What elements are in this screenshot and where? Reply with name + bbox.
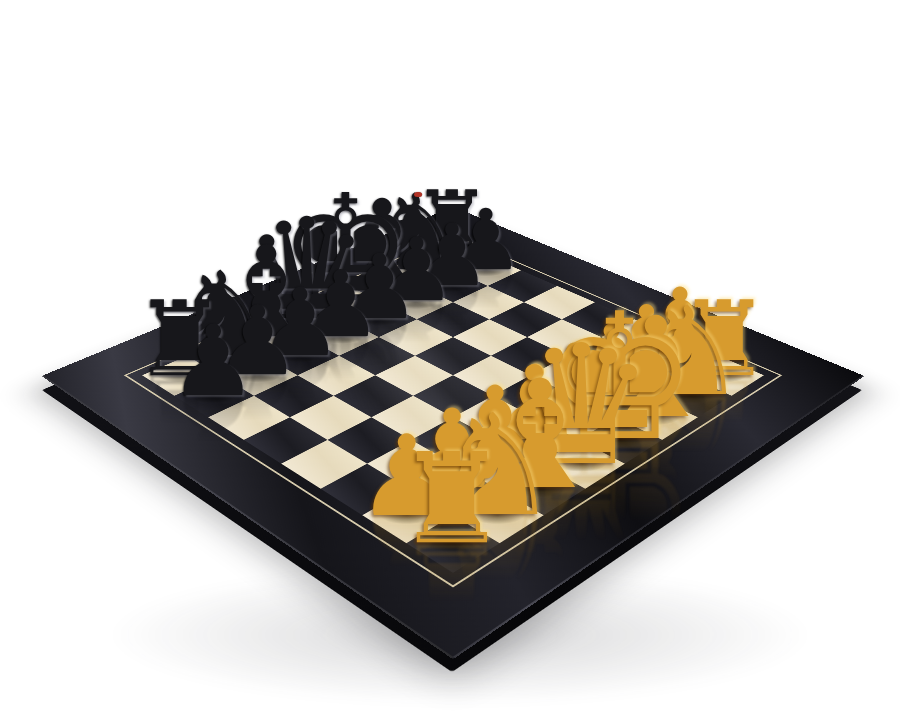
chess-board bbox=[41, 207, 864, 660]
product-photo-scene: ♜♜♞♞♝♝♛♛♚♚♝♝♞♞♜♜♟♟♟♟♟♟♟♟♟♟♟♟♟♟♟♟♟♟♟♟♟♟♟♟… bbox=[0, 0, 900, 720]
board-squares bbox=[142, 241, 764, 573]
